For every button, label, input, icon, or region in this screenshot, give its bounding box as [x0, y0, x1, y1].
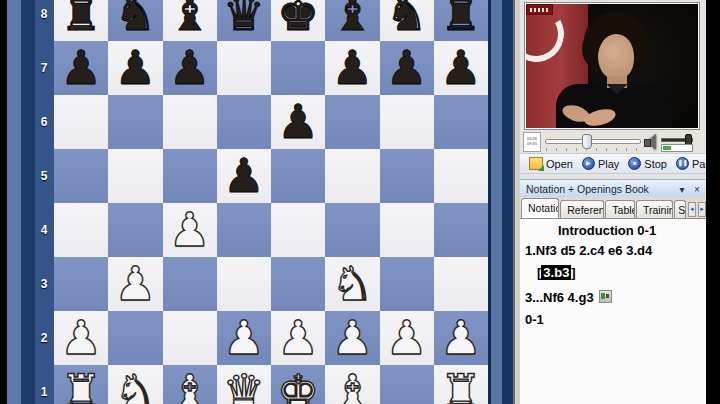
- chessbase-window: 87654321 ♜♞♝♛♚♝♞♜♟♟♟♟♟♟♟♟♟♟♞♟♟♟♟♟♟♜♞♝♛♚♝…: [0, 0, 720, 404]
- open-button[interactable]: Open: [529, 157, 573, 170]
- white-p-piece[interactable]: ♟: [440, 311, 482, 365]
- square-g5[interactable]: [380, 149, 434, 203]
- square-h1[interactable]: ♜: [434, 365, 488, 404]
- notation-line: 0-1: [525, 310, 652, 329]
- square-f2[interactable]: ♟: [325, 311, 379, 365]
- square-c4[interactable]: ♟: [163, 203, 217, 257]
- square-h6[interactable]: [434, 95, 488, 149]
- black-n-piece[interactable]: ♞: [114, 0, 156, 41]
- white-b-piece[interactable]: ♝: [169, 365, 211, 404]
- notation-line: 1.Nf3 d5 2.c4 e6 3.d4: [525, 241, 652, 260]
- square-a3[interactable]: [54, 257, 108, 311]
- notation-line: [3.b3]: [537, 263, 652, 282]
- white-q-piece[interactable]: ♛: [223, 365, 265, 404]
- square-f6[interactable]: [325, 95, 379, 149]
- black-p-piece[interactable]: ♟: [440, 41, 482, 95]
- square-d7[interactable]: [217, 41, 271, 95]
- square-c1[interactable]: ♝: [163, 365, 217, 404]
- move-list: 1.Nf3 d5 2.c4 e6 3.d4[3.b3]3...Nf6 4.g30…: [525, 241, 652, 332]
- notation-line: 3...Nf6 4.g3: [525, 288, 652, 307]
- selected-move[interactable]: 3.b3: [541, 265, 571, 280]
- square-e5[interactable]: [271, 149, 325, 203]
- game-heading[interactable]: Introduction 0-1: [520, 223, 694, 238]
- square-g6[interactable]: [380, 95, 434, 149]
- tab-table[interactable]: Table: [605, 200, 635, 218]
- stop-icon: ■: [628, 157, 641, 170]
- square-h8[interactable]: ♜: [434, 0, 488, 41]
- tab-reference[interactable]: Reference: [560, 200, 604, 218]
- square-e6[interactable]: ♟: [271, 95, 325, 149]
- black-r-piece[interactable]: ♜: [440, 0, 482, 41]
- seek-slider-ticks: [546, 148, 640, 151]
- white-n-piece[interactable]: ♞: [331, 257, 373, 311]
- square-h2[interactable]: ♟: [434, 311, 488, 365]
- volume-meter-fill: [663, 146, 671, 150]
- volume-meter: [661, 144, 693, 152]
- square-e7[interactable]: [271, 41, 325, 95]
- square-f1[interactable]: ♝: [325, 365, 379, 404]
- square-b1[interactable]: ♞: [108, 365, 162, 404]
- square-d4[interactable]: [217, 203, 271, 257]
- square-d6[interactable]: [217, 95, 271, 149]
- video-transport-bar: 00:26 09:45: [520, 131, 706, 153]
- video-frame: [524, 2, 700, 130]
- playback-toolbar: Open ▶ Play ■ Stop ❚❚ Pause: [520, 153, 706, 174]
- square-e2[interactable]: ♟: [271, 311, 325, 365]
- speaker-icon: [643, 134, 659, 150]
- rank-label-3: 3: [36, 277, 52, 291]
- right-letterbox: [706, 0, 720, 404]
- square-f5[interactable]: [325, 149, 379, 203]
- stop-button[interactable]: ■ Stop: [628, 157, 667, 170]
- board-right-edge: [488, 0, 520, 404]
- black-k-piece[interactable]: ♚: [277, 0, 319, 41]
- black-p-piece[interactable]: ♟: [331, 41, 373, 95]
- square-b3[interactable]: ♟: [108, 257, 162, 311]
- notation-panel-header: Notation + Openings Book ▾ ×: [520, 179, 706, 198]
- right-panel: 00:26 09:45 Open ▶ Play: [520, 0, 706, 404]
- presenter-face: [598, 34, 634, 80]
- pause-icon: ❚❚: [676, 157, 689, 170]
- move-text[interactable]: 1.Nf3 d5 2.c4 e6 3.d4: [525, 243, 652, 258]
- white-r-piece[interactable]: ♜: [440, 365, 482, 404]
- square-c6[interactable]: [163, 95, 217, 149]
- square-a4[interactable]: [54, 203, 108, 257]
- black-p-piece[interactable]: ♟: [277, 95, 319, 149]
- rank-label-7: 7: [36, 61, 52, 75]
- panel-close-icon[interactable]: ×: [691, 184, 703, 195]
- square-f3[interactable]: ♞: [325, 257, 379, 311]
- chessbase-logo-icon: [526, 4, 553, 15]
- panel-splitter[interactable]: ·········: [520, 172, 706, 179]
- white-p-piece[interactable]: ♟: [60, 311, 102, 365]
- media-annotation-icon[interactable]: [599, 290, 612, 303]
- play-button[interactable]: ▶ Play: [582, 157, 619, 170]
- tab-s[interactable]: S: [674, 200, 685, 218]
- rank-label-2: 2: [36, 331, 52, 345]
- white-r-piece[interactable]: ♜: [60, 365, 102, 404]
- square-a7[interactable]: ♟: [54, 41, 108, 95]
- video-time-total: 09:45: [524, 141, 540, 146]
- square-b7[interactable]: ♟: [108, 41, 162, 95]
- black-p-piece[interactable]: ♟: [386, 41, 428, 95]
- panel-menu-icon[interactable]: ▾: [676, 184, 688, 195]
- white-p-piece[interactable]: ♟: [114, 257, 156, 311]
- white-b-piece[interactable]: ♝: [331, 365, 373, 404]
- square-d2[interactable]: ♟: [217, 311, 271, 365]
- square-d5[interactable]: ♟: [217, 149, 271, 203]
- white-p-piece[interactable]: ♟: [169, 203, 211, 257]
- square-a2[interactable]: ♟: [54, 311, 108, 365]
- square-c7[interactable]: ♟: [163, 41, 217, 95]
- seek-slider-thumb[interactable]: [582, 134, 592, 149]
- square-f8[interactable]: ♝: [325, 0, 379, 41]
- panel-title: Notation + Openings Book: [526, 183, 676, 195]
- board-rank-gutter: 87654321: [0, 0, 54, 404]
- square-d1[interactable]: ♛: [217, 365, 271, 404]
- white-p-piece[interactable]: ♟: [223, 311, 265, 365]
- square-g2[interactable]: ♟: [380, 311, 434, 365]
- square-c3[interactable]: [163, 257, 217, 311]
- square-d3[interactable]: [217, 257, 271, 311]
- square-b5[interactable]: [108, 149, 162, 203]
- square-b2[interactable]: [108, 311, 162, 365]
- square-e4[interactable]: [271, 203, 325, 257]
- white-p-piece[interactable]: ♟: [331, 311, 373, 365]
- white-p-piece[interactable]: ♟: [277, 311, 319, 365]
- open-icon: [529, 157, 543, 170]
- square-h3[interactable]: [434, 257, 488, 311]
- square-c2[interactable]: [163, 311, 217, 365]
- square-a8[interactable]: ♜: [54, 0, 108, 41]
- square-b6[interactable]: [108, 95, 162, 149]
- square-e3[interactable]: [271, 257, 325, 311]
- square-g1[interactable]: [380, 365, 434, 404]
- square-h7[interactable]: ♟: [434, 41, 488, 95]
- black-r-piece[interactable]: ♜: [60, 0, 102, 41]
- rank-label-4: 4: [36, 223, 52, 237]
- square-c8[interactable]: ♝: [163, 0, 217, 41]
- square-g4[interactable]: [380, 203, 434, 257]
- square-h5[interactable]: [434, 149, 488, 203]
- rank-label-8: 8: [36, 7, 52, 21]
- move-text[interactable]: 0-1: [525, 312, 544, 327]
- square-d8[interactable]: ♛: [217, 0, 271, 41]
- square-f7[interactable]: ♟: [325, 41, 379, 95]
- white-k-piece[interactable]: ♚: [277, 365, 319, 404]
- notation-tabs: NotationReferenceTableTrainingS◂▸: [520, 197, 706, 218]
- black-b-piece[interactable]: ♝: [169, 0, 211, 41]
- black-n-piece[interactable]: ♞: [386, 0, 428, 41]
- video-player[interactable]: [526, 4, 698, 128]
- square-f4[interactable]: [325, 203, 379, 257]
- square-h4[interactable]: [434, 203, 488, 257]
- play-icon: ▶: [582, 157, 595, 170]
- notation-content: Introduction 0-1 1.Nf3 d5 2.c4 e6 3.d4[3…: [520, 218, 706, 404]
- tab-scroll-right[interactable]: ▸: [698, 202, 706, 217]
- black-b-piece[interactable]: ♝: [331, 0, 373, 41]
- move-text[interactable]: ]: [571, 265, 575, 280]
- square-g8[interactable]: ♞: [380, 0, 434, 41]
- black-p-piece[interactable]: ♟: [60, 41, 102, 95]
- rank-label-5: 5: [36, 169, 52, 183]
- video-time-display: 00:26 09:45: [523, 132, 541, 152]
- tab-scroll-left[interactable]: ◂: [688, 202, 696, 217]
- black-q-piece[interactable]: ♛: [223, 0, 265, 41]
- tab-notation[interactable]: Notation: [521, 198, 559, 218]
- rank-label-6: 6: [36, 115, 52, 129]
- square-g3[interactable]: [380, 257, 434, 311]
- square-e8[interactable]: ♚: [271, 0, 325, 41]
- square-c5[interactable]: [163, 149, 217, 203]
- seek-slider-track[interactable]: [545, 139, 641, 144]
- square-b4[interactable]: [108, 203, 162, 257]
- black-p-piece[interactable]: ♟: [223, 149, 265, 203]
- square-a1[interactable]: ♜: [54, 365, 108, 404]
- square-a6[interactable]: [54, 95, 108, 149]
- rank-label-1: 1: [36, 385, 52, 399]
- move-text[interactable]: 3...Nf6 4.g3: [525, 290, 594, 305]
- white-n-piece[interactable]: ♞: [114, 365, 156, 404]
- tab-training[interactable]: Training: [636, 200, 673, 218]
- square-e1[interactable]: ♚: [271, 365, 325, 404]
- square-a5[interactable]: [54, 149, 108, 203]
- black-p-piece[interactable]: ♟: [169, 41, 211, 95]
- chess-board[interactable]: ♜♞♝♛♚♝♞♜♟♟♟♟♟♟♟♟♟♟♞♟♟♟♟♟♟♜♞♝♛♚♝♜: [54, 0, 488, 404]
- black-p-piece[interactable]: ♟: [114, 41, 156, 95]
- square-b8[interactable]: ♞: [108, 0, 162, 41]
- square-g7[interactable]: ♟: [380, 41, 434, 95]
- white-p-piece[interactable]: ♟: [386, 311, 428, 365]
